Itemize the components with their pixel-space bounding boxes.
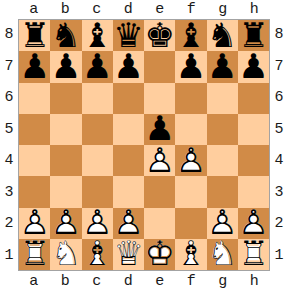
square-h4[interactable] bbox=[238, 145, 269, 176]
square-c4[interactable] bbox=[82, 145, 113, 176]
rank-label-right-4: 4 bbox=[270, 145, 288, 177]
piece-glyph: ♟ bbox=[19, 51, 50, 82]
piece-outline-glyph: ♙ bbox=[175, 145, 206, 176]
square-g5[interactable] bbox=[207, 114, 238, 145]
piece-outline-glyph: ♖ bbox=[238, 239, 269, 270]
white-rook-a1[interactable]: ♜♖ bbox=[19, 239, 50, 270]
chess-diagram: abcdefgh 87654321 ♜♞♝♛♚♝♞♜♟♟♟♟♟♟♟♟♟♙♟♙♟♙… bbox=[0, 0, 288, 292]
black-pawn-a7[interactable]: ♟ bbox=[19, 51, 50, 82]
square-f1[interactable]: ♝♗ bbox=[175, 239, 206, 270]
file-label-bottom-a: a bbox=[18, 271, 50, 292]
square-a5[interactable] bbox=[19, 114, 50, 145]
white-bishop-c1[interactable]: ♝♗ bbox=[82, 239, 113, 270]
piece-glyph: ♟ bbox=[113, 51, 144, 82]
corner-spacer bbox=[270, 271, 288, 292]
rank-label-right-1: 1 bbox=[270, 240, 288, 272]
square-f7[interactable]: ♟ bbox=[175, 51, 206, 82]
rank-label-right-2: 2 bbox=[270, 208, 288, 240]
piece-glyph: ♟ bbox=[82, 51, 113, 82]
file-label-bottom-d: d bbox=[113, 271, 145, 292]
file-label-bottom-g: g bbox=[207, 271, 239, 292]
square-e1[interactable]: ♚♔ bbox=[144, 239, 175, 270]
rank-labels-right: 87654321 bbox=[270, 19, 288, 271]
square-b7[interactable]: ♟ bbox=[50, 51, 81, 82]
black-pawn-c7[interactable]: ♟ bbox=[82, 51, 113, 82]
square-d4[interactable] bbox=[113, 145, 144, 176]
square-e7[interactable] bbox=[144, 51, 175, 82]
square-f6[interactable] bbox=[175, 83, 206, 114]
piece-glyph: ♚ bbox=[144, 20, 175, 51]
square-a4[interactable] bbox=[19, 145, 50, 176]
square-b4[interactable] bbox=[50, 145, 81, 176]
white-pawn-f4[interactable]: ♟♙ bbox=[175, 145, 206, 176]
white-knight-b1[interactable]: ♞♘ bbox=[50, 239, 81, 270]
square-e4[interactable]: ♟♙ bbox=[144, 145, 175, 176]
file-label-bottom-c: c bbox=[81, 271, 113, 292]
piece-glyph: ♟ bbox=[238, 51, 269, 82]
piece-outline-glyph: ♔ bbox=[144, 239, 175, 270]
square-h7[interactable]: ♟ bbox=[238, 51, 269, 82]
square-g6[interactable] bbox=[207, 83, 238, 114]
chess-board: ♜♞♝♛♚♝♞♜♟♟♟♟♟♟♟♟♟♙♟♙♟♙♟♙♟♙♟♙♟♙♟♙♜♖♞♘♝♗♛♕… bbox=[18, 19, 270, 271]
black-pawn-b7[interactable]: ♟ bbox=[50, 51, 81, 82]
square-b5[interactable] bbox=[50, 114, 81, 145]
square-f4[interactable]: ♟♙ bbox=[175, 145, 206, 176]
corner-spacer bbox=[0, 0, 18, 19]
square-h1[interactable]: ♜♖ bbox=[238, 239, 269, 270]
square-a7[interactable]: ♟ bbox=[19, 51, 50, 82]
black-pawn-g7[interactable]: ♟ bbox=[207, 51, 238, 82]
rank-label-left-8: 8 bbox=[0, 19, 18, 51]
piece-outline-glyph: ♕ bbox=[113, 239, 144, 270]
square-d6[interactable] bbox=[113, 83, 144, 114]
white-knight-g1[interactable]: ♞♘ bbox=[207, 239, 238, 270]
piece-outline-glyph: ♗ bbox=[82, 239, 113, 270]
square-h5[interactable] bbox=[238, 114, 269, 145]
rank-label-left-7: 7 bbox=[0, 51, 18, 83]
black-king-e8[interactable]: ♚ bbox=[144, 20, 175, 51]
piece-outline-glyph: ♖ bbox=[19, 239, 50, 270]
piece-outline-glyph: ♗ bbox=[175, 239, 206, 270]
rank-label-right-6: 6 bbox=[270, 82, 288, 114]
square-d7[interactable]: ♟ bbox=[113, 51, 144, 82]
rank-label-left-6: 6 bbox=[0, 82, 18, 114]
rank-label-left-4: 4 bbox=[0, 145, 18, 177]
white-queen-d1[interactable]: ♛♕ bbox=[113, 239, 144, 270]
rank-label-right-5: 5 bbox=[270, 114, 288, 146]
corner-spacer bbox=[0, 271, 18, 292]
square-g7[interactable]: ♟ bbox=[207, 51, 238, 82]
white-bishop-f1[interactable]: ♝♗ bbox=[175, 239, 206, 270]
black-pawn-d7[interactable]: ♟ bbox=[113, 51, 144, 82]
square-e8[interactable]: ♚ bbox=[144, 20, 175, 51]
square-h6[interactable] bbox=[238, 83, 269, 114]
white-king-e1[interactable]: ♚♔ bbox=[144, 239, 175, 270]
white-rook-h1[interactable]: ♜♖ bbox=[238, 239, 269, 270]
file-label-bottom-e: e bbox=[144, 271, 176, 292]
piece-glyph: ♟ bbox=[207, 51, 238, 82]
rank-label-left-1: 1 bbox=[0, 240, 18, 272]
black-pawn-f7[interactable]: ♟ bbox=[175, 51, 206, 82]
piece-glyph: ♟ bbox=[50, 51, 81, 82]
file-label-bottom-f: f bbox=[176, 271, 208, 292]
square-c5[interactable] bbox=[82, 114, 113, 145]
square-c6[interactable] bbox=[82, 83, 113, 114]
square-c7[interactable]: ♟ bbox=[82, 51, 113, 82]
rank-label-right-7: 7 bbox=[270, 51, 288, 83]
square-d5[interactable] bbox=[113, 114, 144, 145]
square-g4[interactable] bbox=[207, 145, 238, 176]
rank-label-left-3: 3 bbox=[0, 177, 18, 209]
square-c1[interactable]: ♝♗ bbox=[82, 239, 113, 270]
square-a1[interactable]: ♜♖ bbox=[19, 239, 50, 270]
piece-outline-glyph: ♘ bbox=[50, 239, 81, 270]
rank-label-right-3: 3 bbox=[270, 177, 288, 209]
white-pawn-e4[interactable]: ♟♙ bbox=[144, 145, 175, 176]
rank-label-left-2: 2 bbox=[0, 208, 18, 240]
black-pawn-h7[interactable]: ♟ bbox=[238, 51, 269, 82]
square-d1[interactable]: ♛♕ bbox=[113, 239, 144, 270]
piece-glyph: ♟ bbox=[175, 51, 206, 82]
file-labels-bottom: abcdefgh bbox=[18, 271, 270, 292]
file-label-bottom-h: h bbox=[239, 271, 271, 292]
square-e3[interactable] bbox=[144, 176, 175, 207]
rank-label-left-5: 5 bbox=[0, 114, 18, 146]
piece-outline-glyph: ♘ bbox=[207, 239, 238, 270]
corner-spacer bbox=[270, 0, 288, 19]
square-b6[interactable] bbox=[50, 83, 81, 114]
square-b1[interactable]: ♞♘ bbox=[50, 239, 81, 270]
piece-outline-glyph: ♙ bbox=[144, 145, 175, 176]
square-g1[interactable]: ♞♘ bbox=[207, 239, 238, 270]
rank-label-right-8: 8 bbox=[270, 19, 288, 51]
square-a6[interactable] bbox=[19, 83, 50, 114]
rank-labels-left: 87654321 bbox=[0, 19, 18, 271]
file-label-bottom-b: b bbox=[50, 271, 82, 292]
square-f3[interactable] bbox=[175, 176, 206, 207]
